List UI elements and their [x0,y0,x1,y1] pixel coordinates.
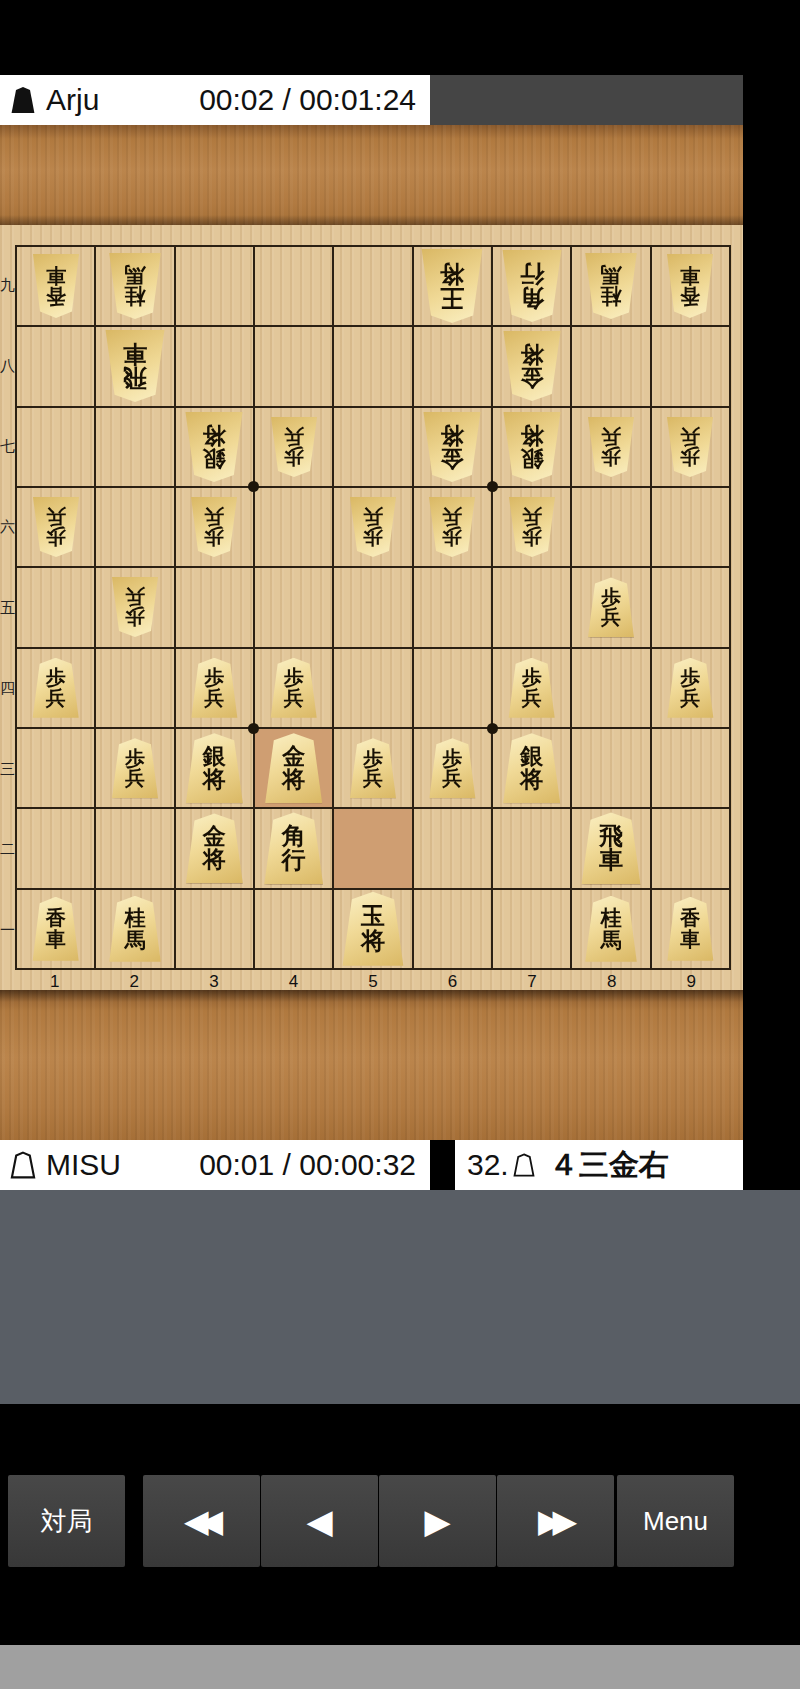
square-1八[interactable] [15,325,94,405]
square-4六[interactable] [253,486,332,566]
shogi-piece-香車-gote[interactable]: 香車 [31,897,81,961]
shogi-piece-銀将-gote[interactable]: 銀将 [501,733,563,803]
square-6五[interactable] [412,566,491,646]
shogi-piece-歩兵-gote[interactable]: 歩兵 [427,738,477,798]
square-8三[interactable] [570,727,649,807]
file-label-3: 3 [174,972,254,992]
system-nav-strip [0,1645,800,1689]
star-point [248,723,259,734]
square-5二[interactable] [332,807,411,887]
square-1二[interactable] [15,807,94,887]
square-8七[interactable]: 歩兵 [570,406,649,486]
file-label-6: 6 [413,972,493,992]
square-7七[interactable]: 銀将 [491,406,570,486]
square-9一[interactable]: 香車 [650,888,729,968]
file-label-9: 9 [651,972,731,992]
square-6二[interactable] [412,807,491,887]
square-5一[interactable]: 玉将 [332,888,411,968]
shogi-piece-飛車-sente[interactable]: 飛車 [103,330,167,402]
square-9四[interactable]: 歩兵 [650,647,729,727]
shogi-piece-銀将-sente[interactable]: 銀将 [183,412,245,482]
shogi-app-screen: Arju 00:02 / 00:01:24 香車桂馬王将角行桂馬香車飛車金将銀将… [0,0,800,1689]
step-back-button[interactable]: ◀ [261,1475,378,1567]
square-7六[interactable]: 歩兵 [491,486,570,566]
rank-label-二: 二 [0,840,15,859]
shogi-piece-王将-sente[interactable]: 王将 [419,249,485,323]
square-2八[interactable]: 飛車 [94,325,173,405]
square-2七[interactable] [94,406,173,486]
square-6六[interactable]: 歩兵 [412,486,491,566]
file-label-2: 2 [95,972,175,992]
status-bar [0,0,800,75]
square-5八[interactable] [332,325,411,405]
square-7二[interactable] [491,807,570,887]
file-label-8: 8 [572,972,652,992]
top-player-name: Arju [46,83,99,117]
square-7九[interactable]: 角行 [491,245,570,325]
square-5四[interactable] [332,647,411,727]
square-3二[interactable]: 金将 [174,807,253,887]
shogi-piece-歩兵-gote[interactable]: 歩兵 [31,658,81,718]
letterbox-strip [743,0,800,1190]
shogi-piece-歩兵-sente[interactable]: 歩兵 [269,417,319,477]
bottom-bars: MISU 00:01 / 00:00:32 32. ４三金右 [0,1140,743,1190]
shogi-piece-香車-sente[interactable]: 香車 [31,254,81,318]
square-7三[interactable]: 銀将 [491,727,570,807]
square-4八[interactable] [253,325,332,405]
square-4五[interactable] [253,566,332,646]
rank-label-一: 一 [0,921,15,940]
square-8八[interactable] [570,325,649,405]
rank-label-六: 六 [0,518,15,537]
shogi-piece-角行-gote[interactable]: 角行 [262,812,326,884]
square-2二[interactable] [94,807,173,887]
square-3四[interactable]: 歩兵 [174,647,253,727]
square-2四[interactable] [94,647,173,727]
square-1七[interactable] [15,406,94,486]
square-9三[interactable] [650,727,729,807]
nav-bar: 対局 ◀◀ ◀ ▶ ▶▶ Menu [0,1404,800,1645]
shogi-piece-金将-gote[interactable]: 金将 [183,813,245,883]
square-9五[interactable] [650,566,729,646]
square-3六[interactable]: 歩兵 [174,486,253,566]
square-6八[interactable] [412,325,491,405]
square-3五[interactable] [174,566,253,646]
square-5九[interactable] [332,245,411,325]
board-grid: 香車桂馬王将角行桂馬香車飛車金将銀将歩兵金将銀将歩兵歩兵歩兵歩兵歩兵歩兵歩兵歩兵… [15,245,731,970]
square-4九[interactable] [253,245,332,325]
gote-piece-icon [10,1151,36,1179]
rank-label-四: 四 [0,679,15,698]
square-2一[interactable]: 桂馬 [94,888,173,968]
shogi-piece-歩兵-sente[interactable]: 歩兵 [110,577,160,637]
rank-label-八: 八 [0,357,15,376]
square-9八[interactable] [650,325,729,405]
square-3一[interactable] [174,888,253,968]
menu-button[interactable]: Menu [617,1475,734,1567]
square-8五[interactable]: 歩兵 [570,566,649,646]
shogi-piece-歩兵-sente[interactable]: 歩兵 [31,497,81,557]
shogi-piece-歩兵-gote[interactable]: 歩兵 [507,658,557,718]
step-forward-button[interactable]: ▶ [379,1475,496,1567]
shogi-piece-歩兵-sente[interactable]: 歩兵 [427,497,477,557]
shogi-piece-角行-sente[interactable]: 角行 [500,250,564,322]
wood-frame-top [0,125,743,225]
shogi-piece-金将-sente[interactable]: 金将 [421,412,483,482]
square-4四[interactable]: 歩兵 [253,647,332,727]
wood-frame-bottom [0,990,743,1140]
shogi-piece-歩兵-sente[interactable]: 歩兵 [586,417,636,477]
square-1六[interactable]: 歩兵 [15,486,94,566]
bottom-player-clock: 00:01 / 00:00:32 [199,1148,416,1182]
top-player-clock: 00:02 / 00:01:24 [199,83,416,117]
square-6三[interactable]: 歩兵 [412,727,491,807]
square-8九[interactable]: 桂馬 [570,245,649,325]
square-4七[interactable]: 歩兵 [253,406,332,486]
square-1一[interactable]: 香車 [15,888,94,968]
fast-forward-button[interactable]: ▶▶ [497,1475,614,1567]
move-number: 32. [467,1148,509,1182]
square-5五[interactable] [332,566,411,646]
square-1九[interactable]: 香車 [15,245,94,325]
square-6七[interactable]: 金将 [412,406,491,486]
shogi-piece-桂馬-gote[interactable]: 桂馬 [583,896,639,962]
file-label-7: 7 [492,972,572,992]
shogi-piece-歩兵-gote[interactable]: 歩兵 [665,658,715,718]
rank-label-九: 九 [0,276,15,295]
square-2五[interactable]: 歩兵 [94,566,173,646]
shogi-piece-歩兵-gote[interactable]: 歩兵 [269,658,319,718]
star-point [487,481,498,492]
square-9六[interactable] [650,486,729,566]
shogi-piece-香車-gote[interactable]: 香車 [665,897,715,961]
game-button[interactable]: 対局 [8,1475,125,1567]
square-7五[interactable] [491,566,570,646]
top-player-info: Arju 00:02 / 00:01:24 [0,75,430,125]
square-8二[interactable]: 飛車 [570,807,649,887]
file-label-4: 4 [254,972,334,992]
shogi-piece-玉将-gote[interactable]: 玉将 [340,892,406,966]
shogi-piece-歩兵-sente[interactable]: 歩兵 [507,497,557,557]
square-8一[interactable]: 桂馬 [570,888,649,968]
rewind-start-button[interactable]: ◀◀ [143,1475,260,1567]
square-4一[interactable] [253,888,332,968]
shogi-piece-金将-gote[interactable]: 金将 [263,733,325,803]
square-7八[interactable]: 金将 [491,325,570,405]
square-9七[interactable]: 歩兵 [650,406,729,486]
star-point [487,723,498,734]
move-list-panel [0,1190,800,1404]
square-2三[interactable]: 歩兵 [94,727,173,807]
square-4三[interactable]: 金将 [253,727,332,807]
bottom-player-name: MISU [46,1148,121,1182]
square-4二[interactable]: 角行 [253,807,332,887]
square-5七[interactable] [332,406,411,486]
square-5三[interactable]: 歩兵 [332,727,411,807]
gote-piece-icon [513,1153,535,1177]
shogi-piece-歩兵-sente[interactable]: 歩兵 [665,417,715,477]
file-label-1: 1 [15,972,95,992]
rank-label-七: 七 [0,437,15,456]
move-notation: ４三金右 [549,1145,669,1186]
shogi-piece-飛車-gote[interactable]: 飛車 [579,812,643,884]
square-9九[interactable]: 香車 [650,245,729,325]
shogi-piece-香車-sente[interactable]: 香車 [665,254,715,318]
shogi-piece-歩兵-gote[interactable]: 歩兵 [189,658,239,718]
shogi-piece-歩兵-gote[interactable]: 歩兵 [586,577,636,637]
shogi-piece-桂馬-gote[interactable]: 桂馬 [107,896,163,962]
shogi-piece-歩兵-sente[interactable]: 歩兵 [348,497,398,557]
square-6一[interactable] [412,888,491,968]
square-2六[interactable] [94,486,173,566]
last-move-display: 32. ４三金右 [455,1140,743,1190]
square-1四[interactable]: 歩兵 [15,647,94,727]
square-3七[interactable]: 銀将 [174,406,253,486]
square-3九[interactable] [174,245,253,325]
square-7四[interactable]: 歩兵 [491,647,570,727]
square-7一[interactable] [491,888,570,968]
sente-piece-icon [10,86,36,114]
square-1五[interactable] [15,566,94,646]
shogi-piece-歩兵-gote[interactable]: 歩兵 [348,738,398,798]
rank-label-五: 五 [0,599,15,618]
shogi-piece-歩兵-sente[interactable]: 歩兵 [189,497,239,557]
square-2九[interactable]: 桂馬 [94,245,173,325]
nav-buttons-row: 対局 ◀◀ ◀ ▶ ▶▶ Menu [0,1475,800,1567]
shogi-piece-歩兵-gote[interactable]: 歩兵 [110,738,160,798]
shogi-board: 香車桂馬王将角行桂馬香車飛車金将銀将歩兵金将銀将歩兵歩兵歩兵歩兵歩兵歩兵歩兵歩兵… [0,225,743,990]
shogi-piece-桂馬-sente[interactable]: 桂馬 [107,253,163,319]
rank-label-三: 三 [0,760,15,779]
square-9二[interactable] [650,807,729,887]
square-6九[interactable]: 王将 [412,245,491,325]
top-player-bar: Arju 00:02 / 00:01:24 [0,75,743,125]
square-6四[interactable] [412,647,491,727]
square-8六[interactable] [570,486,649,566]
square-8四[interactable] [570,647,649,727]
shogi-piece-銀将-gote[interactable]: 銀将 [183,733,245,803]
bottom-player-info: MISU 00:01 / 00:00:32 [0,1140,430,1190]
square-5六[interactable]: 歩兵 [332,486,411,566]
shogi-piece-銀将-sente[interactable]: 銀将 [501,412,563,482]
file-label-5: 5 [333,972,413,992]
square-1三[interactable] [15,727,94,807]
square-3八[interactable] [174,325,253,405]
shogi-piece-金将-sente[interactable]: 金将 [501,331,563,401]
square-3三[interactable]: 銀将 [174,727,253,807]
shogi-piece-桂馬-sente[interactable]: 桂馬 [583,253,639,319]
